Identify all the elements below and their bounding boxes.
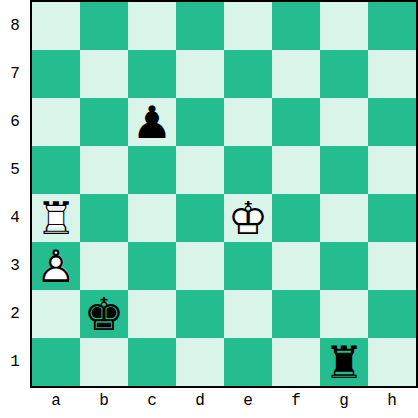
square-d8[interactable] [176, 2, 224, 50]
square-e4[interactable]: ♚♔ [224, 194, 272, 242]
file-label-b: b [80, 388, 128, 414]
piece-black-pawn[interactable]: ♟ [128, 98, 176, 146]
square-b5[interactable] [80, 146, 128, 194]
file-label-e: e [224, 388, 272, 414]
square-f8[interactable] [272, 2, 320, 50]
chess-board: ♟♜♖♚♔♟♙♚♜ [30, 0, 418, 388]
square-c5[interactable] [128, 146, 176, 194]
square-h4[interactable] [368, 194, 416, 242]
rank-labels: 87654321 [0, 2, 30, 386]
piece-white-king[interactable]: ♚♔ [224, 194, 272, 242]
square-b1[interactable] [80, 338, 128, 386]
square-g5[interactable] [320, 146, 368, 194]
rank-label-1: 1 [0, 338, 30, 386]
rank-label-7: 7 [0, 50, 30, 98]
square-g2[interactable] [320, 290, 368, 338]
square-h5[interactable] [368, 146, 416, 194]
square-c6[interactable]: ♟ [128, 98, 176, 146]
square-d7[interactable] [176, 50, 224, 98]
square-g1[interactable]: ♜ [320, 338, 368, 386]
square-f1[interactable] [272, 338, 320, 386]
square-e3[interactable] [224, 242, 272, 290]
square-h8[interactable] [368, 2, 416, 50]
square-h7[interactable] [368, 50, 416, 98]
square-h1[interactable] [368, 338, 416, 386]
piece-glyph-solid: ♚ [80, 290, 128, 338]
square-f5[interactable] [272, 146, 320, 194]
square-e7[interactable] [224, 50, 272, 98]
file-label-f: f [272, 388, 320, 414]
square-e8[interactable] [224, 2, 272, 50]
rank-label-5: 5 [0, 146, 30, 194]
square-d6[interactable] [176, 98, 224, 146]
square-e6[interactable] [224, 98, 272, 146]
file-label-a: a [32, 388, 80, 414]
piece-glyph-solid: ♜ [320, 338, 368, 386]
piece-glyph-outline: ♖ [32, 194, 80, 242]
square-a3[interactable]: ♟♙ [32, 242, 80, 290]
rank-label-6: 6 [0, 98, 30, 146]
piece-glyph-outline: ♔ [224, 194, 272, 242]
square-a1[interactable] [32, 338, 80, 386]
square-c2[interactable] [128, 290, 176, 338]
square-g3[interactable] [320, 242, 368, 290]
square-a2[interactable] [32, 290, 80, 338]
piece-glyph-solid: ♟ [128, 98, 176, 146]
rank-label-2: 2 [0, 290, 30, 338]
rank-label-4: 4 [0, 194, 30, 242]
file-label-g: g [320, 388, 368, 414]
file-label-c: c [128, 388, 176, 414]
square-a5[interactable] [32, 146, 80, 194]
square-b3[interactable] [80, 242, 128, 290]
square-b6[interactable] [80, 98, 128, 146]
square-c8[interactable] [128, 2, 176, 50]
square-g7[interactable] [320, 50, 368, 98]
square-f6[interactable] [272, 98, 320, 146]
piece-black-rook[interactable]: ♜ [320, 338, 368, 386]
square-c4[interactable] [128, 194, 176, 242]
square-b8[interactable] [80, 2, 128, 50]
square-c1[interactable] [128, 338, 176, 386]
piece-white-rook[interactable]: ♜♖ [32, 194, 80, 242]
square-b7[interactable] [80, 50, 128, 98]
chess-diagram: 87654321 ♟♜♖♚♔♟♙♚♜ abcdefgh [0, 0, 418, 418]
square-d2[interactable] [176, 290, 224, 338]
square-c7[interactable] [128, 50, 176, 98]
square-f7[interactable] [272, 50, 320, 98]
file-label-d: d [176, 388, 224, 414]
square-f4[interactable] [272, 194, 320, 242]
rank-label-3: 3 [0, 242, 30, 290]
square-h3[interactable] [368, 242, 416, 290]
square-h6[interactable] [368, 98, 416, 146]
square-g8[interactable] [320, 2, 368, 50]
square-d5[interactable] [176, 146, 224, 194]
square-d1[interactable] [176, 338, 224, 386]
square-a4[interactable]: ♜♖ [32, 194, 80, 242]
square-a8[interactable] [32, 2, 80, 50]
square-a7[interactable] [32, 50, 80, 98]
square-b4[interactable] [80, 194, 128, 242]
square-e2[interactable] [224, 290, 272, 338]
file-label-h: h [368, 388, 416, 414]
square-f3[interactable] [272, 242, 320, 290]
square-a6[interactable] [32, 98, 80, 146]
piece-white-pawn[interactable]: ♟♙ [32, 242, 80, 290]
square-h2[interactable] [368, 290, 416, 338]
square-g6[interactable] [320, 98, 368, 146]
rank-label-8: 8 [0, 2, 30, 50]
square-b2[interactable]: ♚ [80, 290, 128, 338]
square-d4[interactable] [176, 194, 224, 242]
square-e1[interactable] [224, 338, 272, 386]
square-e5[interactable] [224, 146, 272, 194]
piece-black-king[interactable]: ♚ [80, 290, 128, 338]
square-f2[interactable] [272, 290, 320, 338]
square-c3[interactable] [128, 242, 176, 290]
piece-glyph-outline: ♙ [32, 242, 80, 290]
square-d3[interactable] [176, 242, 224, 290]
file-labels: abcdefgh [32, 388, 416, 414]
square-g4[interactable] [320, 194, 368, 242]
